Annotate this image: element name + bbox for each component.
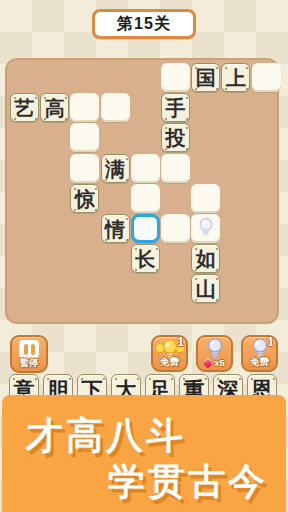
board-cell-r6c6: 如 — [191, 244, 220, 273]
board-cell-r5c3: 情 — [101, 214, 130, 243]
board-cell-r0c7: 上 — [221, 63, 250, 92]
hint-bulb-icon — [197, 217, 215, 239]
board-cell-r5c5[interactable] — [161, 214, 190, 243]
hint-gem-button[interactable]: x5 — [196, 335, 233, 372]
board-cell-r6c4: 长 — [131, 244, 160, 273]
board-cell-r2c5: 投 — [161, 123, 190, 152]
pause-icon — [19, 340, 39, 358]
board-cell-r5c4[interactable] — [131, 214, 160, 243]
board-cell-r1c0: 艺 — [10, 93, 39, 122]
board-cell-r0c8[interactable] — [252, 63, 281, 92]
ad-banner-line1: 才高八斗 — [26, 411, 186, 461]
board-cell-r3c4[interactable] — [131, 154, 160, 183]
hint-single-bulb-button[interactable]: 1 免费 — [241, 335, 278, 372]
hint-multi-count-badge: 1 — [177, 335, 184, 349]
board-cell-r0c5[interactable] — [161, 63, 190, 92]
board-cell-r1c3[interactable] — [101, 93, 130, 122]
hint-single-count-badge: 1 — [267, 335, 274, 349]
pause-button[interactable]: 暂停 — [10, 335, 48, 373]
ad-banner[interactable]: 才高八斗 学贯古今 — [2, 395, 286, 512]
hint-multi-bulb-button[interactable]: 1 免费 — [151, 335, 188, 372]
gem-icon — [203, 357, 214, 368]
board-cell-r3c2[interactable] — [70, 154, 99, 183]
board-cell-r0c6: 国 — [191, 63, 220, 92]
board-cell-r4c4[interactable] — [131, 184, 160, 213]
board-cell-r4c2: 惊 — [70, 184, 99, 213]
board-cell-r2c2[interactable] — [70, 123, 99, 152]
level-banner: 第15关 — [92, 9, 196, 39]
board-cell-r4c6[interactable] — [191, 184, 220, 213]
board-cell-r1c1: 高 — [40, 93, 69, 122]
hint-multi-free-label: 免费 — [153, 356, 186, 369]
board-cell-r1c5: 手 — [161, 93, 190, 122]
board-cell-r3c3: 满 — [101, 154, 130, 183]
board-cell-r3c5[interactable] — [161, 154, 190, 183]
gem-hint-count: x5 — [214, 357, 225, 368]
board-cell-r7c6: 山 — [191, 274, 220, 303]
pause-label: 暂停 — [12, 357, 46, 370]
ad-banner-line2: 学贯古今 — [108, 457, 268, 507]
app-screen: 第15关 国上艺高手投满惊情长如山 暂停 1 免费 x5 — [0, 0, 288, 512]
board-cell-r5c6-hint[interactable] — [191, 214, 220, 243]
board-cell-r1c2[interactable] — [70, 93, 99, 122]
hint-single-free-label: 免费 — [243, 356, 276, 369]
game-board: 国上艺高手投满惊情长如山 — [5, 58, 279, 324]
